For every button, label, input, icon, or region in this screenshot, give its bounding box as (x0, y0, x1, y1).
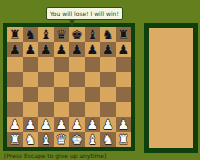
square-b3[interactable] (23, 102, 39, 117)
white-pawn: ♟ (100, 117, 116, 132)
square-c4[interactable] (38, 87, 54, 102)
square-a8[interactable]: ♜ (7, 27, 23, 42)
square-f8[interactable]: ♝ (85, 27, 101, 42)
square-h7[interactable]: ♟ (116, 42, 132, 57)
square-b1[interactable]: ♞ (23, 132, 39, 147)
white-knight: ♞ (23, 132, 39, 147)
square-h1[interactable]: ♜ (116, 132, 132, 147)
square-f7[interactable]: ♟ (85, 42, 101, 57)
square-c6[interactable] (38, 57, 54, 72)
square-g8[interactable]: ♞ (100, 27, 116, 42)
square-d4[interactable] (54, 87, 70, 102)
square-e7[interactable]: ♟ (69, 42, 85, 57)
square-g3[interactable] (100, 102, 116, 117)
square-d3[interactable] (54, 102, 70, 117)
square-a5[interactable] (7, 72, 23, 87)
chess-board-frame: ♜♞♝♛♚♝♞♜♟♟♟♟♟♟♟♟♟♟♟♟♟♟♟♟♜♞♝♛♚♝♞♜ (3, 23, 135, 151)
square-d6[interactable] (54, 57, 70, 72)
square-h8[interactable]: ♜ (116, 27, 132, 42)
black-pawn: ♟ (7, 42, 23, 57)
status-bar-text: [Press Escape to give up anytime] (4, 152, 106, 159)
white-pawn: ♟ (7, 117, 23, 132)
square-f2[interactable]: ♟ (85, 117, 101, 132)
square-b5[interactable] (23, 72, 39, 87)
square-a6[interactable] (7, 57, 23, 72)
square-d7[interactable]: ♟ (54, 42, 70, 57)
white-bishop: ♝ (85, 132, 101, 147)
square-e5[interactable] (69, 72, 85, 87)
square-a3[interactable] (7, 102, 23, 117)
square-c5[interactable] (38, 72, 54, 87)
black-pawn: ♟ (100, 42, 116, 57)
square-c8[interactable]: ♝ (38, 27, 54, 42)
black-knight: ♞ (100, 27, 116, 42)
black-rook: ♜ (116, 27, 132, 42)
square-e8[interactable]: ♚ (69, 27, 85, 42)
white-pawn: ♟ (116, 117, 132, 132)
square-g1[interactable]: ♞ (100, 132, 116, 147)
square-f1[interactable]: ♝ (85, 132, 101, 147)
square-e1[interactable]: ♚ (69, 132, 85, 147)
black-pawn: ♟ (69, 42, 85, 57)
square-f5[interactable] (85, 72, 101, 87)
square-h5[interactable] (116, 72, 132, 87)
square-g2[interactable]: ♟ (100, 117, 116, 132)
black-pawn: ♟ (116, 42, 132, 57)
white-bishop: ♝ (38, 132, 54, 147)
square-a1[interactable]: ♜ (7, 132, 23, 147)
square-g6[interactable] (100, 57, 116, 72)
black-pawn: ♟ (85, 42, 101, 57)
square-d1[interactable]: ♛ (54, 132, 70, 147)
black-pawn: ♟ (38, 42, 54, 57)
square-e4[interactable] (69, 87, 85, 102)
square-e6[interactable] (69, 57, 85, 72)
black-king: ♚ (69, 27, 85, 42)
white-queen: ♛ (54, 132, 70, 147)
square-g4[interactable] (100, 87, 116, 102)
square-g7[interactable]: ♟ (100, 42, 116, 57)
square-c7[interactable]: ♟ (38, 42, 54, 57)
square-f6[interactable] (85, 57, 101, 72)
square-e3[interactable] (69, 102, 85, 117)
white-pawn: ♟ (38, 117, 54, 132)
white-pawn: ♟ (69, 117, 85, 132)
square-f4[interactable] (85, 87, 101, 102)
square-h2[interactable]: ♟ (116, 117, 132, 132)
black-bishop: ♝ (85, 27, 101, 42)
square-c2[interactable]: ♟ (38, 117, 54, 132)
black-pawn: ♟ (54, 42, 70, 57)
white-pawn: ♟ (23, 117, 39, 132)
captured-pieces-panel (144, 23, 198, 153)
square-d8[interactable]: ♛ (54, 27, 70, 42)
square-g5[interactable] (100, 72, 116, 87)
square-a7[interactable]: ♟ (7, 42, 23, 57)
square-d2[interactable]: ♟ (54, 117, 70, 132)
black-queen: ♛ (54, 27, 70, 42)
chess-board[interactable]: ♜♞♝♛♚♝♞♜♟♟♟♟♟♟♟♟♟♟♟♟♟♟♟♟♜♞♝♛♚♝♞♜ (7, 27, 131, 147)
square-e2[interactable]: ♟ (69, 117, 85, 132)
white-knight: ♞ (100, 132, 116, 147)
black-rook: ♜ (7, 27, 23, 42)
square-a2[interactable]: ♟ (7, 117, 23, 132)
black-bishop: ♝ (38, 27, 54, 42)
white-pawn: ♟ (54, 117, 70, 132)
square-h6[interactable] (116, 57, 132, 72)
square-c3[interactable] (38, 102, 54, 117)
square-h3[interactable] (116, 102, 132, 117)
square-b6[interactable] (23, 57, 39, 72)
square-b7[interactable]: ♟ (23, 42, 39, 57)
white-king: ♚ (69, 132, 85, 147)
speech-bubble-tail-icon (69, 19, 75, 27)
square-a4[interactable] (7, 87, 23, 102)
square-d5[interactable] (54, 72, 70, 87)
white-rook: ♜ (116, 132, 132, 147)
square-c1[interactable]: ♝ (38, 132, 54, 147)
square-h4[interactable] (116, 87, 132, 102)
black-knight: ♞ (23, 27, 39, 42)
square-b2[interactable]: ♟ (23, 117, 39, 132)
black-pawn: ♟ (23, 42, 39, 57)
square-f3[interactable] (85, 102, 101, 117)
white-rook: ♜ (7, 132, 23, 147)
square-b4[interactable] (23, 87, 39, 102)
opponent-speech-bubble: You will lose! I will win! (46, 7, 123, 20)
square-b8[interactable]: ♞ (23, 27, 39, 42)
white-pawn: ♟ (85, 117, 101, 132)
